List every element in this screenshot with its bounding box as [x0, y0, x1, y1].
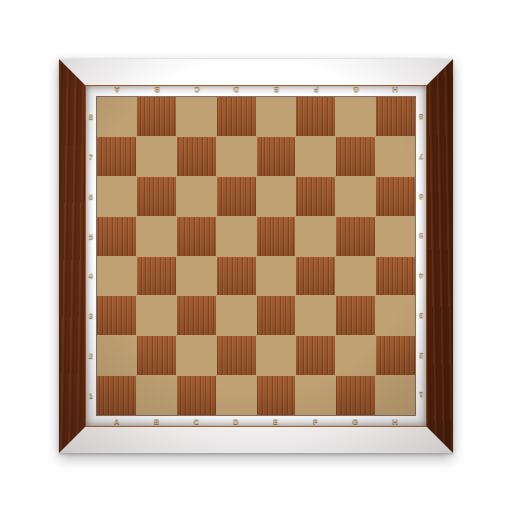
square-d7[interactable]: [217, 137, 256, 176]
square-b7[interactable]: [137, 137, 176, 176]
square-e5[interactable]: [257, 217, 296, 256]
square-e1[interactable]: [257, 376, 296, 415]
square-h1[interactable]: [376, 376, 415, 415]
square-b8[interactable]: [137, 97, 176, 136]
square-b6[interactable]: [137, 177, 176, 216]
chess-board[interactable]: [97, 97, 415, 415]
square-a2[interactable]: [97, 336, 136, 375]
square-c3[interactable]: [177, 296, 216, 335]
square-f6[interactable]: [296, 177, 335, 216]
square-c1[interactable]: [177, 376, 216, 415]
square-e3[interactable]: [257, 296, 296, 335]
square-d5[interactable]: [217, 217, 256, 256]
square-b5[interactable]: [137, 217, 176, 256]
square-a5[interactable]: [97, 217, 136, 256]
square-a4[interactable]: [97, 257, 136, 296]
square-f4[interactable]: [296, 257, 335, 296]
square-a1[interactable]: [97, 376, 136, 415]
square-h8[interactable]: [376, 97, 415, 136]
square-e8[interactable]: [257, 97, 296, 136]
square-e6[interactable]: [257, 177, 296, 216]
square-b2[interactable]: [137, 336, 176, 375]
square-c8[interactable]: [177, 97, 216, 136]
square-f7[interactable]: [296, 137, 335, 176]
square-g2[interactable]: [336, 336, 375, 375]
square-f1[interactable]: [296, 376, 335, 415]
square-h5[interactable]: [376, 217, 415, 256]
square-c2[interactable]: [177, 336, 216, 375]
square-a6[interactable]: [97, 177, 136, 216]
square-d6[interactable]: [217, 177, 256, 216]
square-e4[interactable]: [257, 257, 296, 296]
square-g1[interactable]: [336, 376, 375, 415]
square-c6[interactable]: [177, 177, 216, 216]
square-a8[interactable]: [97, 97, 136, 136]
square-h4[interactable]: [376, 257, 415, 296]
square-e2[interactable]: [257, 336, 296, 375]
square-d2[interactable]: [217, 336, 256, 375]
square-g8[interactable]: [336, 97, 375, 136]
chessboard: ABCDEFGH ABCDEFGH 87654321 87654321: [59, 59, 453, 453]
square-d4[interactable]: [217, 257, 256, 296]
square-g4[interactable]: [336, 257, 375, 296]
square-d1[interactable]: [217, 376, 256, 415]
square-b3[interactable]: [137, 296, 176, 335]
square-h7[interactable]: [376, 137, 415, 176]
square-f3[interactable]: [296, 296, 335, 335]
square-g5[interactable]: [336, 217, 375, 256]
square-h3[interactable]: [376, 296, 415, 335]
square-g6[interactable]: [336, 177, 375, 216]
square-a3[interactable]: [97, 296, 136, 335]
square-b1[interactable]: [137, 376, 176, 415]
square-c7[interactable]: [177, 137, 216, 176]
square-e7[interactable]: [257, 137, 296, 176]
square-f2[interactable]: [296, 336, 335, 375]
square-f5[interactable]: [296, 217, 335, 256]
square-c5[interactable]: [177, 217, 216, 256]
square-h6[interactable]: [376, 177, 415, 216]
square-c4[interactable]: [177, 257, 216, 296]
square-g7[interactable]: [336, 137, 375, 176]
square-d8[interactable]: [217, 97, 256, 136]
square-d3[interactable]: [217, 296, 256, 335]
page: ABCDEFGH ABCDEFGH 87654321 87654321: [0, 0, 512, 512]
square-a7[interactable]: [97, 137, 136, 176]
square-g3[interactable]: [336, 296, 375, 335]
square-b4[interactable]: [137, 257, 176, 296]
square-h2[interactable]: [376, 336, 415, 375]
square-f8[interactable]: [296, 97, 335, 136]
